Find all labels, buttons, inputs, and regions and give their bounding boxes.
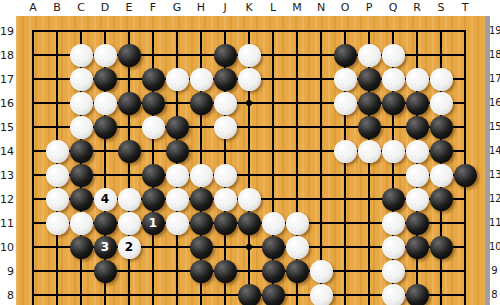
row-label-right-14: 14 bbox=[489, 145, 500, 157]
black-stone-L8[interactable] bbox=[262, 284, 285, 305]
column-label-L: L bbox=[261, 1, 285, 14]
row-label-left-11: 11 bbox=[0, 217, 14, 230]
column-label-B: B bbox=[45, 1, 69, 14]
row-label-right-17: 17 bbox=[489, 73, 500, 85]
black-stone-R10[interactable] bbox=[406, 236, 429, 259]
white-stone-H17[interactable] bbox=[190, 68, 213, 91]
row-label-right-8: 8 bbox=[489, 289, 500, 301]
black-stone-L10[interactable] bbox=[262, 236, 285, 259]
column-label-Q: Q bbox=[381, 1, 405, 14]
white-stone-C18[interactable] bbox=[70, 44, 93, 67]
white-stone-F15[interactable] bbox=[142, 116, 165, 139]
white-stone-G12[interactable] bbox=[166, 188, 189, 211]
white-stone-S16[interactable] bbox=[430, 92, 453, 115]
black-stone-C10[interactable] bbox=[70, 236, 93, 259]
go-app-window: ABCDEFGHJKLMNOPQRST 19181716151413121110… bbox=[0, 0, 500, 305]
white-stone-Q9[interactable] bbox=[382, 260, 405, 283]
white-stone-C15[interactable] bbox=[70, 116, 93, 139]
grid-vline-E bbox=[128, 30, 130, 305]
white-stone-O17[interactable] bbox=[334, 68, 357, 91]
black-stone-D10[interactable] bbox=[94, 236, 117, 259]
black-stone-E16[interactable] bbox=[118, 92, 141, 115]
white-stone-R13[interactable] bbox=[406, 164, 429, 187]
column-label-R: R bbox=[405, 1, 429, 14]
row-label-left-13: 13 bbox=[0, 169, 14, 182]
grid-hline-19 bbox=[32, 30, 466, 32]
white-stone-D12[interactable] bbox=[94, 188, 117, 211]
column-label-K: K bbox=[237, 1, 261, 14]
white-stone-B12[interactable] bbox=[46, 188, 69, 211]
white-stone-G11[interactable] bbox=[166, 212, 189, 235]
white-stone-R14[interactable] bbox=[406, 140, 429, 163]
row-label-right-12: 12 bbox=[489, 193, 500, 205]
black-stone-C13[interactable] bbox=[70, 164, 93, 187]
black-stone-F12[interactable] bbox=[142, 188, 165, 211]
black-stone-H11[interactable] bbox=[190, 212, 213, 235]
black-stone-F17[interactable] bbox=[142, 68, 165, 91]
black-stone-D9[interactable] bbox=[94, 260, 117, 283]
black-stone-L9[interactable] bbox=[262, 260, 285, 283]
column-label-M: M bbox=[285, 1, 309, 14]
white-stone-C17[interactable] bbox=[70, 68, 93, 91]
black-stone-H16[interactable] bbox=[190, 92, 213, 115]
black-stone-S12[interactable] bbox=[430, 188, 453, 211]
row-label-left-9: 9 bbox=[0, 265, 14, 278]
white-stone-P14[interactable] bbox=[358, 140, 381, 163]
row-label-right-10: 10 bbox=[489, 241, 500, 253]
white-stone-J12[interactable] bbox=[214, 188, 237, 211]
white-stone-O14[interactable] bbox=[334, 140, 357, 163]
column-label-F: F bbox=[141, 1, 165, 14]
row-label-left-15: 15 bbox=[0, 121, 14, 134]
column-label-J: J bbox=[213, 1, 237, 14]
grid-vline-A bbox=[32, 30, 34, 305]
black-stone-C14[interactable] bbox=[70, 140, 93, 163]
black-stone-G15[interactable] bbox=[166, 116, 189, 139]
column-label-T: T bbox=[453, 1, 477, 14]
column-label-P: P bbox=[357, 1, 381, 14]
white-stone-Q18[interactable] bbox=[382, 44, 405, 67]
white-stone-B13[interactable] bbox=[46, 164, 69, 187]
black-stone-T13[interactable] bbox=[454, 164, 477, 187]
row-label-left-8: 8 bbox=[0, 289, 14, 302]
black-stone-D15[interactable] bbox=[94, 116, 117, 139]
white-stone-B14[interactable] bbox=[46, 140, 69, 163]
star-point-K10 bbox=[246, 244, 252, 250]
black-stone-F16[interactable] bbox=[142, 92, 165, 115]
black-stone-R8[interactable] bbox=[406, 284, 429, 305]
row-label-right-13: 13 bbox=[489, 169, 500, 181]
row-label-left-14: 14 bbox=[0, 145, 14, 158]
white-stone-C11[interactable] bbox=[70, 212, 93, 235]
white-stone-K12[interactable] bbox=[238, 188, 261, 211]
black-stone-D17[interactable] bbox=[94, 68, 117, 91]
column-label-H: H bbox=[189, 1, 213, 14]
white-stone-J16[interactable] bbox=[214, 92, 237, 115]
white-stone-G17[interactable] bbox=[166, 68, 189, 91]
black-stone-F13[interactable] bbox=[142, 164, 165, 187]
row-label-left-17: 17 bbox=[0, 73, 14, 86]
black-stone-R11[interactable] bbox=[406, 212, 429, 235]
black-stone-J18[interactable] bbox=[214, 44, 237, 67]
white-stone-Q14[interactable] bbox=[382, 140, 405, 163]
white-stone-E12[interactable] bbox=[118, 188, 141, 211]
column-label-A: A bbox=[21, 1, 45, 14]
white-stone-Q8[interactable] bbox=[382, 284, 405, 305]
black-stone-H9[interactable] bbox=[190, 260, 213, 283]
white-stone-R12[interactable] bbox=[406, 188, 429, 211]
black-stone-Q16[interactable] bbox=[382, 92, 405, 115]
black-stone-J9[interactable] bbox=[214, 260, 237, 283]
row-label-left-10: 10 bbox=[0, 241, 14, 254]
white-stone-Q10[interactable] bbox=[382, 236, 405, 259]
white-stone-P18[interactable] bbox=[358, 44, 381, 67]
grid-hline-13 bbox=[32, 174, 466, 176]
white-stone-H13[interactable] bbox=[190, 164, 213, 187]
white-stone-E10[interactable] bbox=[118, 236, 141, 259]
white-stone-N8[interactable] bbox=[310, 284, 333, 305]
black-stone-M9[interactable] bbox=[286, 260, 309, 283]
black-stone-H10[interactable] bbox=[190, 236, 213, 259]
white-stone-E11[interactable] bbox=[118, 212, 141, 235]
black-stone-D11[interactable] bbox=[94, 212, 117, 235]
row-label-right-11: 11 bbox=[489, 217, 500, 229]
white-stone-K17[interactable] bbox=[238, 68, 261, 91]
white-stone-D16[interactable] bbox=[94, 92, 117, 115]
black-stone-R16[interactable] bbox=[406, 92, 429, 115]
black-stone-P16[interactable] bbox=[358, 92, 381, 115]
column-label-D: D bbox=[93, 1, 117, 14]
white-stone-O16[interactable] bbox=[334, 92, 357, 115]
column-label-N: N bbox=[309, 1, 333, 14]
black-stone-P15[interactable] bbox=[358, 116, 381, 139]
column-label-O: O bbox=[333, 1, 357, 14]
black-stone-H12[interactable] bbox=[190, 188, 213, 211]
black-stone-E18[interactable] bbox=[118, 44, 141, 67]
black-stone-J11[interactable] bbox=[214, 212, 237, 235]
black-stone-G14[interactable] bbox=[166, 140, 189, 163]
black-stone-J17[interactable] bbox=[214, 68, 237, 91]
row-label-right-15: 15 bbox=[489, 121, 500, 133]
row-label-right-18: 18 bbox=[489, 49, 500, 61]
white-stone-J13[interactable] bbox=[214, 164, 237, 187]
white-stone-M11[interactable] bbox=[286, 212, 309, 235]
white-stone-Q11[interactable] bbox=[382, 212, 405, 235]
white-stone-M10[interactable] bbox=[286, 236, 309, 259]
star-point-K16 bbox=[246, 100, 252, 106]
black-stone-P17[interactable] bbox=[358, 68, 381, 91]
white-stone-Q17[interactable] bbox=[382, 68, 405, 91]
black-stone-C12[interactable] bbox=[70, 188, 93, 211]
row-label-right-16: 16 bbox=[489, 97, 500, 109]
white-stone-S17[interactable] bbox=[430, 68, 453, 91]
row-label-right-9: 9 bbox=[489, 265, 500, 277]
black-stone-R15[interactable] bbox=[406, 116, 429, 139]
black-stone-E14[interactable] bbox=[118, 140, 141, 163]
white-stone-B11[interactable] bbox=[46, 212, 69, 235]
white-stone-J15[interactable] bbox=[214, 116, 237, 139]
row-label-left-12: 12 bbox=[0, 193, 14, 206]
column-label-G: G bbox=[165, 1, 189, 14]
white-stone-S13[interactable] bbox=[430, 164, 453, 187]
black-stone-S15[interactable] bbox=[430, 116, 453, 139]
column-label-C: C bbox=[69, 1, 93, 14]
white-stone-L11[interactable] bbox=[262, 212, 285, 235]
black-stone-S10[interactable] bbox=[430, 236, 453, 259]
white-stone-C16[interactable] bbox=[70, 92, 93, 115]
black-stone-K8[interactable] bbox=[238, 284, 261, 305]
black-stone-Q12[interactable] bbox=[382, 188, 405, 211]
white-stone-R17[interactable] bbox=[406, 68, 429, 91]
white-stone-D18[interactable] bbox=[94, 44, 117, 67]
black-stone-O18[interactable] bbox=[334, 44, 357, 67]
white-stone-K18[interactable] bbox=[238, 44, 261, 67]
column-label-E: E bbox=[117, 1, 141, 14]
black-stone-S14[interactable] bbox=[430, 140, 453, 163]
white-stone-G13[interactable] bbox=[166, 164, 189, 187]
row-label-left-18: 18 bbox=[0, 49, 14, 62]
white-stone-N9[interactable] bbox=[310, 260, 333, 283]
black-stone-K11[interactable] bbox=[238, 212, 261, 235]
column-label-S: S bbox=[429, 1, 453, 14]
row-label-right-19: 19 bbox=[489, 25, 500, 37]
black-stone-F11[interactable] bbox=[142, 212, 165, 235]
row-label-left-16: 16 bbox=[0, 97, 14, 110]
row-label-left-19: 19 bbox=[0, 25, 14, 38]
